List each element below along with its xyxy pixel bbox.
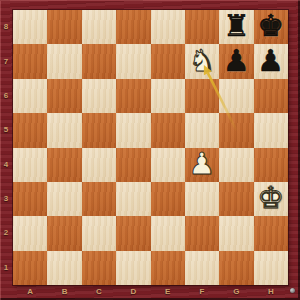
square-a2[interactable] (13, 216, 47, 250)
rank-label-4: 4 (4, 161, 8, 169)
square-d3[interactable] (116, 182, 150, 216)
square-g6[interactable] (219, 79, 253, 113)
white-king-h3: ♚ (257, 183, 284, 213)
rank-label-6: 6 (4, 92, 8, 100)
square-f6[interactable] (185, 79, 219, 113)
square-b8[interactable] (47, 10, 81, 44)
square-c6[interactable] (82, 79, 116, 113)
square-g1[interactable] (219, 251, 253, 285)
square-f5[interactable] (185, 113, 219, 147)
file-label-c: C (96, 288, 102, 296)
square-c3[interactable] (82, 182, 116, 216)
file-label-d: D (130, 288, 136, 296)
square-a4[interactable] (13, 148, 47, 182)
square-f1[interactable] (185, 251, 219, 285)
black-pawn-g7: ♟ (223, 46, 250, 76)
black-pawn-h7: ♟ (257, 46, 284, 76)
square-b6[interactable] (47, 79, 81, 113)
square-g8[interactable]: ♜ (219, 10, 253, 44)
black-rook-g8: ♜ (223, 11, 250, 41)
square-d6[interactable] (116, 79, 150, 113)
square-d4[interactable] (116, 148, 150, 182)
square-h4[interactable] (254, 148, 288, 182)
file-label-f: F (200, 288, 205, 296)
chess-board-frame: ♜♚♞♟♟♟♚ 87654321ABCDEFGH (0, 0, 300, 300)
rank-label-5: 5 (4, 126, 8, 134)
white-pawn-f4: ♟ (189, 149, 216, 179)
square-g7[interactable]: ♟ (219, 44, 253, 78)
square-b1[interactable] (47, 251, 81, 285)
rank-label-3: 3 (4, 195, 8, 203)
square-b5[interactable] (47, 113, 81, 147)
square-e2[interactable] (151, 216, 185, 250)
square-c1[interactable] (82, 251, 116, 285)
square-c5[interactable] (82, 113, 116, 147)
square-a3[interactable] (13, 182, 47, 216)
square-e1[interactable] (151, 251, 185, 285)
chess-board: ♜♚♞♟♟♟♚ (13, 10, 288, 285)
rank-label-2: 2 (4, 229, 8, 237)
square-g4[interactable] (219, 148, 253, 182)
square-e6[interactable] (151, 79, 185, 113)
square-h2[interactable] (254, 216, 288, 250)
square-g5[interactable] (219, 113, 253, 147)
square-f3[interactable] (185, 182, 219, 216)
square-f7[interactable]: ♞ (185, 44, 219, 78)
square-d8[interactable] (116, 10, 150, 44)
square-e4[interactable] (151, 148, 185, 182)
rank-label-8: 8 (4, 23, 8, 31)
square-f4[interactable]: ♟ (185, 148, 219, 182)
white-knight-f7: ♞ (189, 46, 216, 76)
square-a1[interactable] (13, 251, 47, 285)
square-b4[interactable] (47, 148, 81, 182)
square-d1[interactable] (116, 251, 150, 285)
square-b7[interactable] (47, 44, 81, 78)
square-d5[interactable] (116, 113, 150, 147)
square-c4[interactable] (82, 148, 116, 182)
square-b3[interactable] (47, 182, 81, 216)
file-label-g: G (233, 288, 239, 296)
square-d7[interactable] (116, 44, 150, 78)
square-e8[interactable] (151, 10, 185, 44)
square-h5[interactable] (254, 113, 288, 147)
square-h7[interactable]: ♟ (254, 44, 288, 78)
square-e7[interactable] (151, 44, 185, 78)
square-a7[interactable] (13, 44, 47, 78)
square-c8[interactable] (82, 10, 116, 44)
square-f2[interactable] (185, 216, 219, 250)
square-a5[interactable] (13, 113, 47, 147)
square-g3[interactable] (219, 182, 253, 216)
square-b2[interactable] (47, 216, 81, 250)
black-king-h8: ♚ (257, 11, 284, 41)
rank-label-7: 7 (4, 58, 8, 66)
square-h8[interactable]: ♚ (254, 10, 288, 44)
square-g2[interactable] (219, 216, 253, 250)
file-label-e: E (165, 288, 170, 296)
file-label-a: A (27, 288, 33, 296)
square-e5[interactable] (151, 113, 185, 147)
file-label-h: H (268, 288, 274, 296)
file-label-b: B (62, 288, 68, 296)
square-f8[interactable] (185, 10, 219, 44)
square-h6[interactable] (254, 79, 288, 113)
square-e3[interactable] (151, 182, 185, 216)
square-h3[interactable]: ♚ (254, 182, 288, 216)
square-h1[interactable] (254, 251, 288, 285)
square-a8[interactable] (13, 10, 47, 44)
square-d2[interactable] (116, 216, 150, 250)
square-a6[interactable] (13, 79, 47, 113)
square-c7[interactable] (82, 44, 116, 78)
rank-label-1: 1 (4, 264, 8, 272)
frame-screw (290, 288, 295, 293)
square-c2[interactable] (82, 216, 116, 250)
